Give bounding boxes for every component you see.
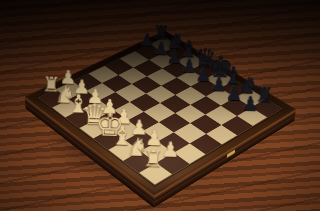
square-b8[interactable]: ♞ (163, 45, 191, 61)
black-rook-a8[interactable]: ♜ (151, 18, 172, 46)
black-bishop-c8[interactable]: ♝ (179, 34, 200, 63)
square-a5[interactable] (105, 58, 134, 74)
square-d8[interactable]: ♛ (191, 62, 220, 78)
black-queen-d8[interactable]: ♛ (193, 43, 214, 72)
square-c8[interactable]: ♝ (177, 54, 205, 70)
square-a8[interactable]: ♜ (150, 37, 178, 52)
square-b4[interactable] (102, 75, 132, 92)
square-e7[interactable]: ♟ (191, 79, 221, 96)
square-d6[interactable] (161, 77, 191, 94)
white-rook-h1[interactable]: ♜ (141, 142, 166, 176)
square-e6[interactable] (176, 87, 206, 105)
black-pawn-h7[interactable]: ♟ (238, 87, 261, 118)
black-pawn-b7[interactable]: ♟ (150, 33, 171, 62)
chess-board-frame: ♜♞♝♛♚♝♞♜♟♟♟♟♟♟♟♟♟♟♟♟♟♟♟♟♜♞♝♛♚♝♞♜ (25, 30, 296, 195)
square-b6[interactable] (133, 60, 162, 76)
square-b7[interactable]: ♟ (149, 52, 177, 68)
square-d7[interactable]: ♟ (176, 70, 205, 87)
square-b5[interactable] (118, 67, 147, 84)
black-pawn-e7[interactable]: ♟ (192, 59, 214, 89)
square-c6[interactable] (147, 68, 176, 85)
square-a6[interactable] (120, 51, 148, 67)
black-pawn-c7[interactable]: ♟ (164, 42, 185, 71)
table-surface: ♜♞♝♛♚♝♞♜♟♟♟♟♟♟♟♟♟♟♟♟♟♟♟♟♜♞♝♛♚♝♞♜ (0, 0, 320, 211)
brass-plate (226, 149, 234, 158)
black-pawn-a7[interactable]: ♟ (137, 25, 158, 53)
square-c5[interactable] (132, 76, 162, 93)
square-a7[interactable]: ♟ (135, 44, 163, 60)
scene-tilt: ♜♞♝♛♚♝♞♜♟♟♟♟♟♟♟♟♟♟♟♟♟♟♟♟♜♞♝♛♚♝♞♜ (0, 0, 320, 211)
square-c7[interactable]: ♟ (162, 61, 191, 77)
square-g6[interactable] (206, 106, 237, 125)
chess-scene: ♜♞♝♛♚♝♞♜♟♟♟♟♟♟♟♟♟♟♟♟♟♟♟♟♜♞♝♛♚♝♞♜ (0, 0, 320, 211)
board-grid: ♜♞♝♛♚♝♞♜♟♟♟♟♟♟♟♟♟♟♟♟♟♟♟♟♜♞♝♛♚♝♞♜ (39, 37, 282, 184)
black-pawn-d7[interactable]: ♟ (178, 50, 200, 80)
black-knight-b8[interactable]: ♞ (165, 26, 186, 55)
square-d5[interactable] (146, 85, 176, 103)
